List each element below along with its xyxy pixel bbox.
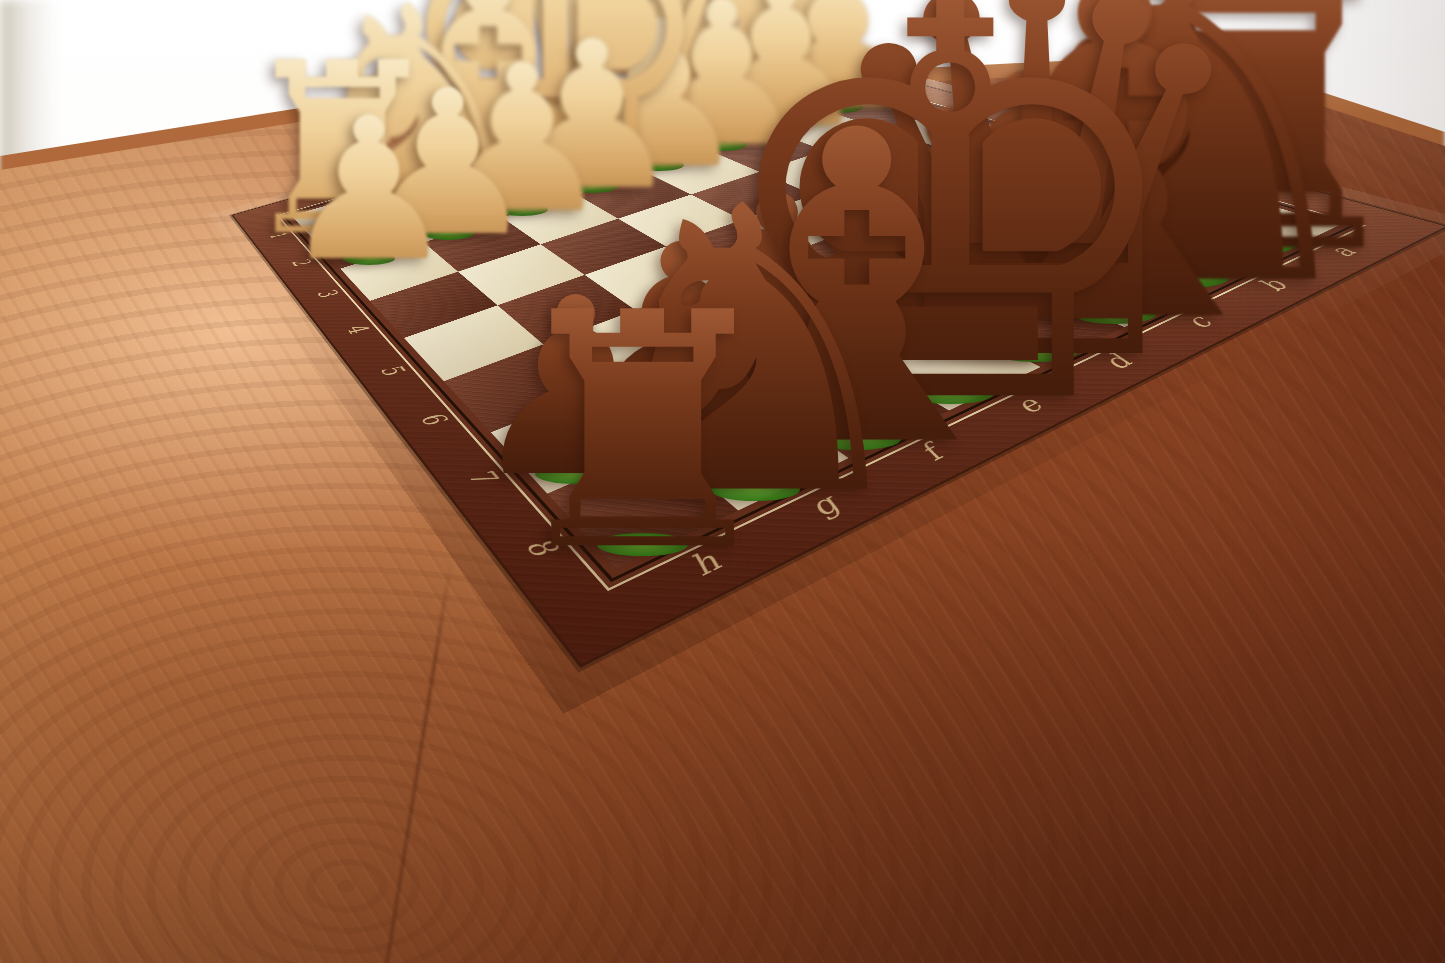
pieces-layer: ♜♞♝♛♚♝♞♜♟♟♟♟♟♟♟♟♟♟♟♟♟♟♟♟♜♞♝♛♚♝♞♜: [0, 0, 1445, 963]
black-rook-h8[interactable]: ♜: [497, 287, 788, 579]
white-pawn-h2[interactable]: ♟: [281, 102, 458, 280]
scene: hgfedcba12345678 ♜♞♝♛♚♝♞♜♟♟♟♟♟♟♟♟♟♟♟♟♟♟♟…: [0, 0, 1445, 963]
